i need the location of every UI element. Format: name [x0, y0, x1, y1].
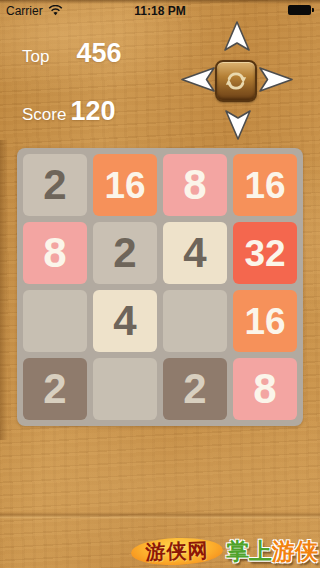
tile-16: 16 — [93, 154, 157, 216]
up-arrow-icon[interactable] — [223, 21, 251, 51]
battery-icon — [288, 5, 311, 15]
watermark-site-logo: 游侠网 — [131, 536, 224, 566]
score-row: Score 120 — [22, 96, 115, 127]
tile-2: 2 — [23, 358, 87, 420]
tile-2: 2 — [93, 222, 157, 284]
tile-16: 16 — [233, 154, 297, 216]
tile-4: 4 — [93, 290, 157, 352]
tile-4: 4 — [163, 222, 227, 284]
watermark-tagline: 掌上 游侠 — [226, 536, 318, 567]
top-score-row: Top 456 — [22, 38, 121, 69]
clock: 11:18 PM — [0, 4, 320, 18]
watermark-tagline-part2: 游侠 — [272, 536, 318, 567]
status-bar: Carrier 11:18 PM — [0, 0, 320, 20]
wood-plank-seam — [0, 512, 320, 519]
refresh-icon — [217, 62, 255, 100]
tile-8: 8 — [163, 154, 227, 216]
top-value: 456 — [76, 38, 121, 69]
tile-32: 32 — [233, 222, 297, 284]
tile-2: 2 — [23, 154, 87, 216]
app-screen: Carrier 11:18 PM Top 456 Score 120 — [0, 0, 320, 568]
game-board[interactable]: 21681682432416228 — [17, 148, 303, 426]
score-value: 120 — [70, 96, 115, 127]
down-arrow-icon[interactable] — [224, 110, 252, 140]
watermark-site-name: 游侠网 — [145, 536, 209, 565]
tile-8: 8 — [233, 358, 297, 420]
empty-cell — [163, 290, 227, 352]
left-arrow-icon[interactable] — [181, 66, 216, 93]
direction-pad — [181, 21, 293, 140]
tile-16: 16 — [233, 290, 297, 352]
top-label: Top — [22, 47, 49, 67]
watermark: 游侠网 掌上 游侠 — [131, 536, 318, 566]
empty-cell — [23, 290, 87, 352]
tile-2: 2 — [163, 358, 227, 420]
right-arrow-icon[interactable] — [258, 66, 293, 93]
tile-8: 8 — [23, 222, 87, 284]
wood-grain-streak — [0, 140, 8, 440]
score-label: Score — [22, 105, 66, 125]
empty-cell — [93, 358, 157, 420]
restart-button[interactable] — [215, 60, 257, 102]
watermark-tagline-part1: 掌上 — [226, 536, 272, 567]
